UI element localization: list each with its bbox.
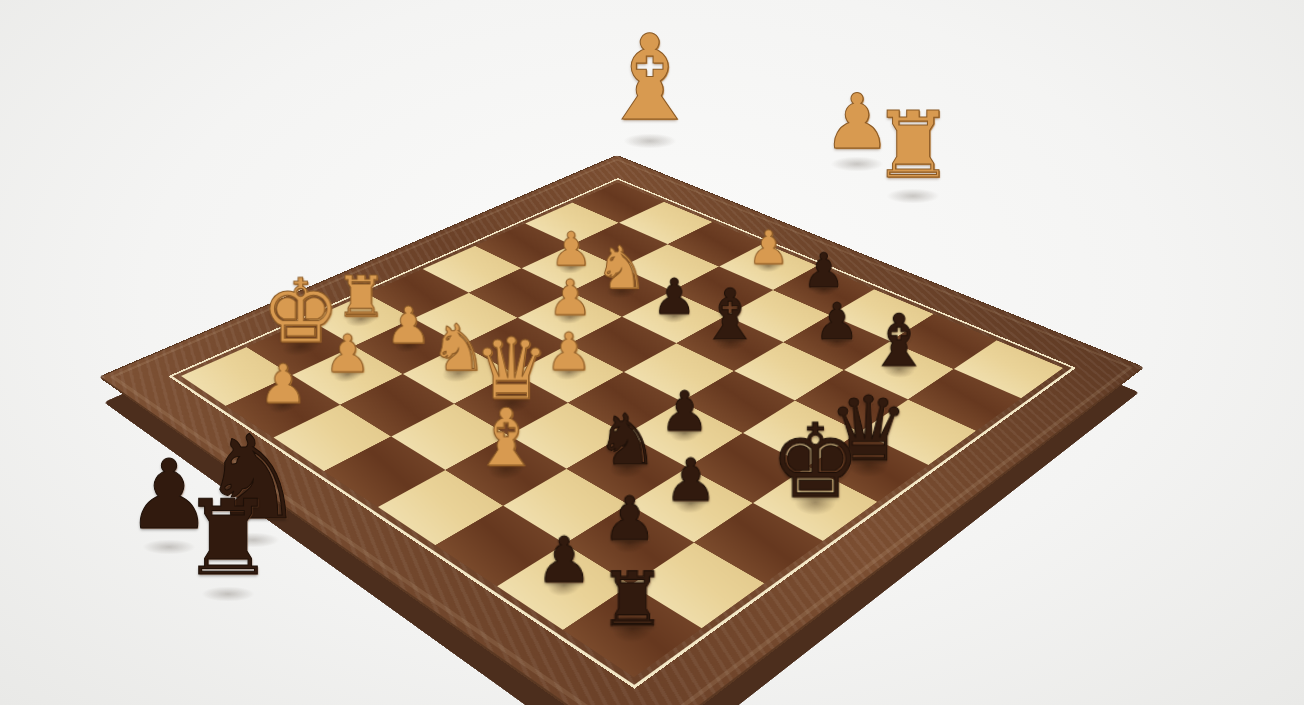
piece-glyph: ♟	[546, 326, 593, 378]
piece-glyph: ♟	[324, 328, 371, 380]
piece-glyph: ♜	[599, 561, 667, 636]
piece-glyph: ♟	[550, 226, 592, 273]
piece-glyph: ♝	[867, 305, 931, 377]
captured-white-bishop[interactable]: ♝	[650, 137, 756, 255]
piece-glyph: ♞	[595, 238, 648, 297]
piece-glyph: ♟	[386, 300, 431, 351]
piece-glyph: ♟	[664, 451, 717, 510]
piece-glyph: ♟	[652, 272, 696, 321]
piece-glyph: ♟	[660, 384, 709, 439]
scene-background: ♚♛♜♝♞♞♟♟♟♟♟♟♟♚♛♜♝♝♞♟♟♟♟♟♟♟ ♝ ♟ ♜ ♞ ♟ ♜	[0, 0, 1304, 705]
piece-glyph: ♟	[548, 273, 592, 322]
piece-glyph: ♟	[814, 296, 859, 346]
piece-glyph: ♟	[802, 247, 845, 295]
piece-glyph: ♞	[596, 405, 659, 475]
piece-glyph: ♝	[471, 398, 542, 477]
piece-glyph: ♜	[336, 268, 387, 325]
captured-white-rook[interactable]: ♜	[913, 192, 995, 284]
piece-glyph: ♝	[699, 280, 762, 350]
piece-glyph: ♟	[259, 357, 307, 411]
captured-black-rook[interactable]: ♜	[228, 590, 321, 694]
piece-glyph: ♚	[770, 411, 861, 513]
piece-glyph: ♟	[602, 488, 657, 549]
piece-glyph: ♟	[536, 529, 593, 592]
